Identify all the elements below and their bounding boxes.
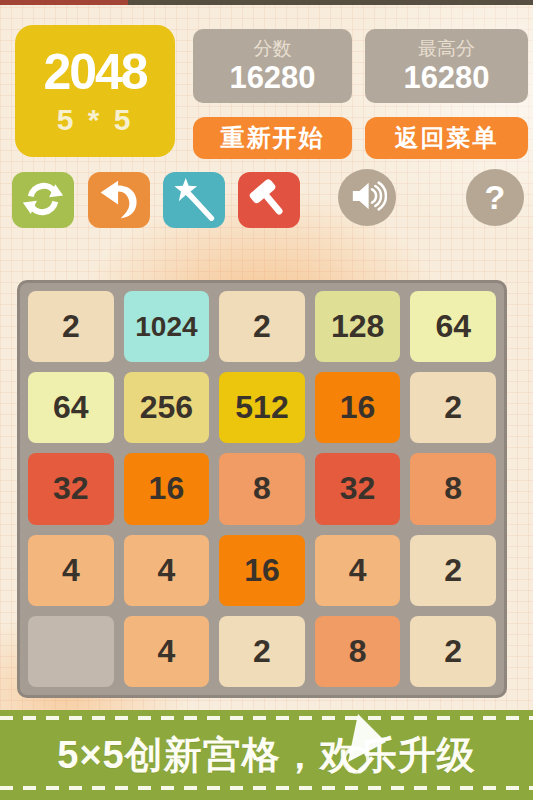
undo-button[interactable]: [88, 172, 150, 228]
restart-button[interactable]: 重新开始: [193, 117, 352, 159]
tile-8: 8: [315, 616, 401, 687]
tile-1024: 1024: [124, 291, 210, 362]
tile-2: 2: [410, 616, 496, 687]
tile-32: 32: [315, 453, 401, 524]
best-score-box: 最高分 16280: [365, 29, 528, 103]
tile-2: 2: [219, 291, 305, 362]
banner-text: 5×5创新宫格，欢乐升级: [57, 736, 475, 774]
tile-2: 2: [410, 535, 496, 606]
logo-subtitle: 5 * 5: [15, 105, 175, 135]
hammer-button[interactable]: [238, 172, 300, 228]
undo-icon: [97, 177, 141, 224]
tile-2: 2: [410, 372, 496, 443]
tile-16: 16: [219, 535, 305, 606]
game-board[interactable]: 2102421286464256512162321683284416424282: [17, 280, 507, 698]
tile-16: 16: [315, 372, 401, 443]
score-value: 16280: [193, 60, 352, 96]
tile-8: 8: [219, 453, 305, 524]
magic-wand-button[interactable]: [163, 172, 225, 228]
tile-64: 64: [28, 372, 114, 443]
tile-16: 16: [124, 453, 210, 524]
tile-128: 128: [315, 291, 401, 362]
app-root: 2048 5 * 5 分数 16280 最高分 16280 重新开始 返回菜单: [0, 0, 533, 800]
help-button[interactable]: ?: [466, 169, 524, 226]
hammer-icon: [246, 176, 292, 225]
speaker-icon: [347, 176, 387, 219]
magic-wand-icon: [172, 177, 216, 224]
tile-256: 256: [124, 372, 210, 443]
best-score-label: 最高分: [365, 39, 528, 60]
score-label: 分数: [193, 39, 352, 60]
score-box: 分数 16280: [193, 29, 352, 103]
tile-64: 64: [410, 291, 496, 362]
tile-4: 4: [124, 535, 210, 606]
best-score-value: 16280: [365, 60, 528, 96]
tile-2: 2: [219, 616, 305, 687]
return-menu-button[interactable]: 返回菜单: [365, 117, 528, 159]
top-edge-bar: [0, 0, 533, 5]
refresh-button[interactable]: [12, 172, 74, 228]
bottom-banner: 5×5创新宫格，欢乐升级: [0, 710, 533, 800]
tile-4: 4: [28, 535, 114, 606]
empty-cell: [28, 616, 114, 687]
question-mark-icon: ?: [485, 178, 506, 217]
tile-4: 4: [124, 616, 210, 687]
tile-32: 32: [28, 453, 114, 524]
tile-8: 8: [410, 453, 496, 524]
tile-4: 4: [315, 535, 401, 606]
logo-card: 2048 5 * 5: [15, 25, 175, 157]
logo-title: 2048: [15, 47, 175, 97]
tile-2: 2: [28, 291, 114, 362]
dashed-line-top: [0, 716, 533, 720]
dashed-line-bottom: [0, 786, 533, 790]
tile-512: 512: [219, 372, 305, 443]
refresh-icon: [22, 178, 64, 223]
sound-button[interactable]: [338, 169, 396, 226]
